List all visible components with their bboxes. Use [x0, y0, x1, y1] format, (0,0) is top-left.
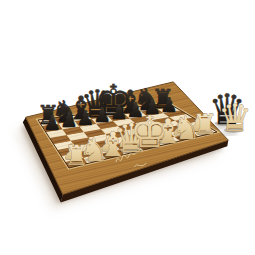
spare-queens: ♛♛: [208, 85, 252, 140]
chess-set-product-photo: ♜♞♝♛♚♝♞♜♟♟♟♟♟♟♟♟♟♟♟♟♟♟♟♟♜♞♝♛♚♝♞♜ ♛♛: [0, 0, 255, 255]
black-pawn-b7: ♟: [60, 108, 78, 132]
black-pawn-a7: ♟: [43, 111, 61, 135]
black-pawn-c7: ♟: [76, 106, 94, 130]
white-spare-queen: ♛: [218, 96, 252, 140]
chess-board-scene: ♜♞♝♛♚♝♞♜♟♟♟♟♟♟♟♟♟♟♟♟♟♟♟♟♜♞♝♛♚♝♞♜ ♛♛: [0, 0, 255, 255]
black-pawn-d7: ♟: [93, 103, 111, 127]
